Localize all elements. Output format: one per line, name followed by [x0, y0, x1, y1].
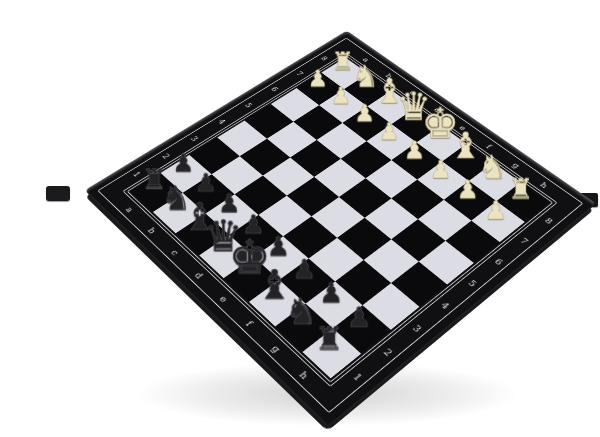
pieces-layer: ♜♞♝♛♚♝♞♜♟♟♟♟♟♟♟♟♟♟♟♟♟♟♟♟♜♞♝♛♚♝♞♜ — [131, 57, 549, 378]
hinge-left — [46, 186, 70, 201]
photo-stage: abcdefgh abcdefgh 87654321 87654321 ♜♞♝♛… — [0, 0, 600, 437]
piece-glyph: ♟ — [477, 198, 515, 224]
piece-glyph: ♜ — [308, 324, 350, 356]
